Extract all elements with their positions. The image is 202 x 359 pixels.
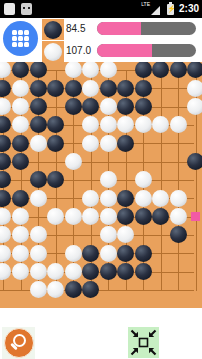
board-cell[interactable] bbox=[99, 152, 117, 170]
white-score: 107.0 bbox=[66, 44, 96, 57]
last-move-marker bbox=[191, 212, 200, 221]
black-stone bbox=[117, 208, 134, 225]
black-stone bbox=[100, 80, 117, 97]
white-stone bbox=[100, 98, 117, 115]
board-cell[interactable] bbox=[64, 189, 82, 207]
black-stone bbox=[135, 208, 152, 225]
board-cell[interactable] bbox=[64, 207, 82, 225]
board-cell[interactable] bbox=[82, 244, 100, 262]
board-cell[interactable] bbox=[187, 207, 202, 225]
black-stone bbox=[30, 98, 47, 115]
board-cell[interactable] bbox=[117, 171, 135, 189]
board-cell[interactable] bbox=[12, 79, 30, 97]
board-cell[interactable] bbox=[47, 226, 65, 244]
clock: 2:30 bbox=[179, 3, 199, 14]
board-cell[interactable] bbox=[47, 79, 65, 97]
black-stone bbox=[47, 171, 64, 188]
board-cell[interactable] bbox=[135, 281, 153, 299]
board-cell[interactable] bbox=[152, 79, 170, 97]
board-cell[interactable] bbox=[135, 97, 153, 115]
board-cell[interactable] bbox=[0, 226, 12, 244]
white-stone bbox=[117, 226, 134, 243]
board-cell[interactable] bbox=[82, 79, 100, 97]
black-stone bbox=[135, 62, 152, 78]
board-cell[interactable] bbox=[0, 152, 12, 170]
board-cell[interactable] bbox=[170, 79, 188, 97]
white-stone bbox=[12, 245, 29, 262]
white-stone bbox=[47, 208, 64, 225]
board-cell[interactable] bbox=[12, 262, 30, 280]
board-cell[interactable] bbox=[47, 281, 65, 299]
white-stone bbox=[82, 135, 99, 152]
notification-icon-2 bbox=[21, 3, 32, 15]
board-cell[interactable] bbox=[117, 262, 135, 280]
board-cell[interactable] bbox=[170, 262, 188, 280]
white-stone bbox=[170, 116, 187, 133]
board-cell[interactable] bbox=[187, 244, 202, 262]
black-stone bbox=[30, 80, 47, 97]
board-cell[interactable] bbox=[47, 152, 65, 170]
board-cell[interactable] bbox=[170, 281, 188, 299]
black-stone bbox=[12, 153, 29, 170]
white-stone bbox=[12, 80, 29, 97]
black-score-bar bbox=[97, 22, 196, 35]
black-stone bbox=[170, 62, 187, 78]
white-stone bbox=[12, 98, 29, 115]
board-cell[interactable] bbox=[99, 97, 117, 115]
white-stone bbox=[30, 190, 47, 207]
black-stone bbox=[65, 98, 82, 115]
white-stone-icon bbox=[44, 43, 62, 61]
board-cell[interactable] bbox=[152, 262, 170, 280]
white-stone bbox=[30, 245, 47, 262]
black-stone bbox=[30, 62, 47, 78]
black-stone bbox=[47, 135, 64, 152]
board-cell[interactable] bbox=[152, 189, 170, 207]
white-stone bbox=[82, 116, 99, 133]
board-cell[interactable] bbox=[64, 244, 82, 262]
board-cell[interactable] bbox=[12, 226, 30, 244]
board-cell[interactable] bbox=[135, 116, 153, 134]
board-cell[interactable] bbox=[99, 171, 117, 189]
board-cell[interactable] bbox=[135, 244, 153, 262]
white-stone bbox=[170, 208, 187, 225]
black-stone bbox=[117, 80, 134, 97]
black-stone bbox=[135, 263, 152, 280]
white-stone bbox=[30, 226, 47, 243]
board-cell[interactable] bbox=[29, 262, 47, 280]
white-stone bbox=[100, 62, 117, 78]
fit-view-button[interactable] bbox=[128, 327, 159, 358]
board-cell[interactable] bbox=[0, 97, 12, 115]
board-cell[interactable] bbox=[0, 134, 12, 152]
white-stone bbox=[82, 208, 99, 225]
white-stone bbox=[12, 116, 29, 133]
board-cell[interactable] bbox=[0, 171, 12, 189]
board-cell[interactable] bbox=[64, 79, 82, 97]
board-cell[interactable] bbox=[47, 116, 65, 134]
board-cell[interactable] bbox=[29, 97, 47, 115]
white-stone bbox=[65, 245, 82, 262]
board-cell[interactable] bbox=[82, 281, 100, 299]
board-cell[interactable] bbox=[99, 207, 117, 225]
board-cell[interactable] bbox=[82, 152, 100, 170]
board-cell[interactable] bbox=[47, 134, 65, 152]
black-stone bbox=[65, 80, 82, 97]
black-stone bbox=[82, 98, 99, 115]
board-cell[interactable] bbox=[117, 244, 135, 262]
score-header: 84.5 107.0 bbox=[0, 18, 202, 62]
board-cell[interactable] bbox=[64, 171, 82, 189]
board-cell[interactable] bbox=[47, 97, 65, 115]
white-stone bbox=[0, 98, 11, 115]
board-cell[interactable] bbox=[82, 189, 100, 207]
black-stone bbox=[82, 281, 99, 298]
board-cell[interactable] bbox=[29, 116, 47, 134]
white-stone bbox=[100, 208, 117, 225]
black-player-avatar bbox=[42, 19, 64, 40]
black-stone bbox=[117, 263, 134, 280]
black-stone bbox=[0, 153, 11, 170]
black-stone bbox=[0, 171, 11, 188]
board-cell[interactable] bbox=[47, 171, 65, 189]
board-cell[interactable] bbox=[29, 152, 47, 170]
board-cell[interactable] bbox=[187, 116, 202, 134]
board-cell[interactable] bbox=[0, 262, 12, 280]
battery-icon bbox=[167, 4, 174, 15]
white-stone bbox=[30, 281, 47, 298]
board-cell[interactable] bbox=[0, 189, 12, 207]
board-cell[interactable] bbox=[170, 244, 188, 262]
black-stone bbox=[12, 135, 29, 152]
white-stone bbox=[100, 226, 117, 243]
board-cell[interactable] bbox=[170, 62, 188, 79]
board-cell[interactable] bbox=[47, 244, 65, 262]
black-stone-icon bbox=[44, 21, 62, 39]
black-stone bbox=[152, 208, 169, 225]
board-cell[interactable] bbox=[64, 134, 82, 152]
board-cell[interactable] bbox=[99, 244, 117, 262]
white-stone bbox=[82, 190, 99, 207]
board-cell[interactable] bbox=[170, 134, 188, 152]
board-cell[interactable] bbox=[64, 226, 82, 244]
board-cell[interactable] bbox=[64, 97, 82, 115]
white-stone bbox=[135, 190, 152, 207]
board-cell[interactable] bbox=[99, 189, 117, 207]
black-stone bbox=[12, 62, 29, 78]
black-stone bbox=[117, 190, 134, 207]
black-stone bbox=[82, 263, 99, 280]
board-cell[interactable] bbox=[12, 97, 30, 115]
board-cell[interactable] bbox=[47, 62, 65, 79]
white-stone bbox=[12, 263, 29, 280]
white-stone bbox=[187, 80, 202, 97]
black-stone bbox=[47, 80, 64, 97]
magnifier-icon bbox=[4, 328, 34, 358]
network-type-label: LTE bbox=[141, 1, 150, 7]
board-cell[interactable] bbox=[152, 281, 170, 299]
board-cell[interactable] bbox=[64, 62, 82, 79]
white-stone bbox=[100, 171, 117, 188]
fit-view-icon bbox=[130, 329, 157, 356]
board-cell[interactable] bbox=[152, 226, 170, 244]
board-cell[interactable] bbox=[135, 134, 153, 152]
black-stone bbox=[65, 281, 82, 298]
white-stone bbox=[12, 226, 29, 243]
board-cell[interactable] bbox=[117, 97, 135, 115]
bottom-toolbar bbox=[0, 308, 202, 359]
board-cell[interactable] bbox=[64, 116, 82, 134]
board-cell[interactable] bbox=[0, 244, 12, 262]
board-cell[interactable] bbox=[82, 134, 100, 152]
board-cell[interactable] bbox=[187, 226, 202, 244]
board-cell[interactable] bbox=[82, 226, 100, 244]
board-cell[interactable] bbox=[135, 189, 153, 207]
white-player-avatar bbox=[42, 41, 64, 62]
white-stone bbox=[170, 190, 187, 207]
black-stone bbox=[12, 190, 29, 207]
black-stone bbox=[170, 226, 187, 243]
white-stone bbox=[0, 263, 11, 280]
white-stone bbox=[152, 190, 169, 207]
board-cell[interactable] bbox=[117, 281, 135, 299]
board-cell[interactable] bbox=[12, 134, 30, 152]
black-stone bbox=[117, 245, 134, 262]
board-cell[interactable] bbox=[82, 116, 100, 134]
black-stone bbox=[135, 98, 152, 115]
black-stone bbox=[152, 62, 169, 78]
go-board[interactable] bbox=[0, 62, 202, 308]
board-cell[interactable] bbox=[170, 207, 188, 225]
status-bar: LTE 2:30 bbox=[0, 0, 202, 18]
white-stone bbox=[47, 263, 64, 280]
apps-menu-button[interactable] bbox=[3, 21, 38, 56]
board-cell[interactable] bbox=[82, 97, 100, 115]
board-cell[interactable] bbox=[117, 116, 135, 134]
white-stone bbox=[0, 208, 11, 225]
board-cell[interactable] bbox=[117, 152, 135, 170]
board-cell[interactable] bbox=[152, 97, 170, 115]
board-cell[interactable] bbox=[170, 171, 188, 189]
board-cell[interactable] bbox=[82, 62, 100, 79]
board-cell[interactable] bbox=[135, 171, 153, 189]
board-cell[interactable] bbox=[135, 62, 153, 79]
black-stone bbox=[0, 80, 11, 97]
board-cell[interactable] bbox=[82, 207, 100, 225]
board-cell[interactable] bbox=[187, 152, 202, 170]
board-cell[interactable] bbox=[12, 171, 30, 189]
white-stone bbox=[187, 98, 202, 115]
white-stone bbox=[152, 116, 169, 133]
white-stone bbox=[135, 116, 152, 133]
board-cell[interactable] bbox=[12, 116, 30, 134]
board-cell[interactable] bbox=[170, 189, 188, 207]
white-stone bbox=[100, 135, 117, 152]
board-cell[interactable] bbox=[170, 97, 188, 115]
board-cell[interactable] bbox=[135, 226, 153, 244]
board-cell[interactable] bbox=[12, 244, 30, 262]
board-cell[interactable] bbox=[12, 189, 30, 207]
board-cell[interactable] bbox=[99, 62, 117, 79]
board-cell[interactable] bbox=[187, 262, 202, 280]
board-cell[interactable] bbox=[152, 244, 170, 262]
board-cell[interactable] bbox=[29, 226, 47, 244]
white-stone bbox=[30, 135, 47, 152]
board-cell[interactable] bbox=[47, 262, 65, 280]
apps-grid-icon bbox=[12, 30, 29, 47]
board-cell[interactable] bbox=[152, 171, 170, 189]
board-cell[interactable] bbox=[117, 189, 135, 207]
board-cell[interactable] bbox=[187, 134, 202, 152]
black-stone bbox=[0, 135, 11, 152]
white-stone bbox=[135, 171, 152, 188]
board-cell[interactable] bbox=[170, 116, 188, 134]
board-cell[interactable] bbox=[99, 134, 117, 152]
white-stone bbox=[30, 263, 47, 280]
magnifier-button[interactable] bbox=[2, 327, 35, 359]
black-stone bbox=[47, 116, 64, 133]
board-cell[interactable] bbox=[187, 79, 202, 97]
board-cell[interactable] bbox=[12, 281, 30, 299]
board-cell[interactable] bbox=[29, 62, 47, 79]
board-cell[interactable] bbox=[187, 189, 202, 207]
board-cell[interactable] bbox=[0, 207, 12, 225]
black-stone bbox=[0, 190, 11, 207]
black-stone bbox=[82, 245, 99, 262]
white-stone bbox=[117, 116, 134, 133]
board-cell[interactable] bbox=[187, 281, 202, 299]
white-stone bbox=[100, 116, 117, 133]
board-cell[interactable] bbox=[152, 152, 170, 170]
white-stone bbox=[47, 281, 64, 298]
board-cell[interactable] bbox=[0, 116, 12, 134]
board-cell[interactable] bbox=[12, 152, 30, 170]
board-cell[interactable] bbox=[152, 116, 170, 134]
white-stone bbox=[100, 245, 117, 262]
board-cell[interactable] bbox=[99, 262, 117, 280]
board-cell[interactable] bbox=[187, 62, 202, 79]
notification-icon bbox=[4, 3, 15, 15]
black-stone bbox=[135, 245, 152, 262]
white-stone bbox=[0, 62, 11, 78]
white-stone bbox=[65, 153, 82, 170]
board-cell[interactable] bbox=[152, 134, 170, 152]
black-stone bbox=[187, 62, 202, 78]
white-stone bbox=[82, 80, 99, 97]
board-cell[interactable] bbox=[117, 134, 135, 152]
signal-icon bbox=[151, 6, 160, 15]
black-stone bbox=[30, 116, 47, 133]
white-stone bbox=[100, 190, 117, 207]
board-cell[interactable] bbox=[82, 262, 100, 280]
board-cell[interactable] bbox=[0, 62, 12, 79]
board-cell[interactable] bbox=[99, 226, 117, 244]
board-cell[interactable] bbox=[187, 97, 202, 115]
board-cell[interactable] bbox=[0, 79, 12, 97]
board-cell[interactable] bbox=[135, 79, 153, 97]
black-stone bbox=[117, 98, 134, 115]
board-cell[interactable] bbox=[187, 171, 202, 189]
board-cell[interactable] bbox=[117, 207, 135, 225]
board-cell[interactable] bbox=[99, 281, 117, 299]
board-cell[interactable] bbox=[117, 79, 135, 97]
board-cell[interactable] bbox=[12, 62, 30, 79]
board-cell[interactable] bbox=[12, 207, 30, 225]
board-cell[interactable] bbox=[99, 79, 117, 97]
white-stone bbox=[82, 62, 99, 78]
board-cell[interactable] bbox=[135, 262, 153, 280]
white-stone bbox=[0, 226, 11, 243]
board-cell[interactable] bbox=[0, 281, 12, 299]
board-cell[interactable] bbox=[117, 226, 135, 244]
black-stone bbox=[135, 80, 152, 97]
board-cell[interactable] bbox=[47, 207, 65, 225]
white-stone bbox=[65, 62, 82, 78]
board-cell[interactable] bbox=[82, 171, 100, 189]
white-stone bbox=[65, 208, 82, 225]
black-stone bbox=[117, 135, 134, 152]
white-stone bbox=[65, 263, 82, 280]
board-cell[interactable] bbox=[29, 171, 47, 189]
black-stone bbox=[100, 263, 117, 280]
black-score: 84.5 bbox=[66, 22, 96, 35]
board-cell[interactable] bbox=[117, 62, 135, 79]
board-cell[interactable] bbox=[64, 281, 82, 299]
board-cell[interactable] bbox=[29, 189, 47, 207]
board-cell[interactable] bbox=[170, 226, 188, 244]
white-stone bbox=[12, 208, 29, 225]
board-cell[interactable] bbox=[47, 189, 65, 207]
go-app-screen: { "status_bar": { "time": "2:30", "netwo… bbox=[0, 0, 202, 359]
black-stone bbox=[30, 171, 47, 188]
board-cell[interactable] bbox=[29, 79, 47, 97]
white-score-bar bbox=[97, 44, 196, 57]
board-cell[interactable] bbox=[64, 262, 82, 280]
board-cell[interactable] bbox=[29, 134, 47, 152]
board-cell[interactable] bbox=[29, 281, 47, 299]
board-cell[interactable] bbox=[135, 152, 153, 170]
stones-layer bbox=[0, 62, 202, 299]
board-cell[interactable] bbox=[29, 244, 47, 262]
board-cell[interactable] bbox=[170, 152, 188, 170]
board-cell[interactable] bbox=[64, 152, 82, 170]
black-stone bbox=[187, 153, 202, 170]
board-cell[interactable] bbox=[152, 62, 170, 79]
board-cell[interactable] bbox=[152, 207, 170, 225]
black-stone bbox=[0, 116, 11, 133]
board-cell[interactable] bbox=[99, 116, 117, 134]
white-stone bbox=[0, 245, 11, 262]
board-cell[interactable] bbox=[135, 207, 153, 225]
board-cell[interactable] bbox=[29, 207, 47, 225]
